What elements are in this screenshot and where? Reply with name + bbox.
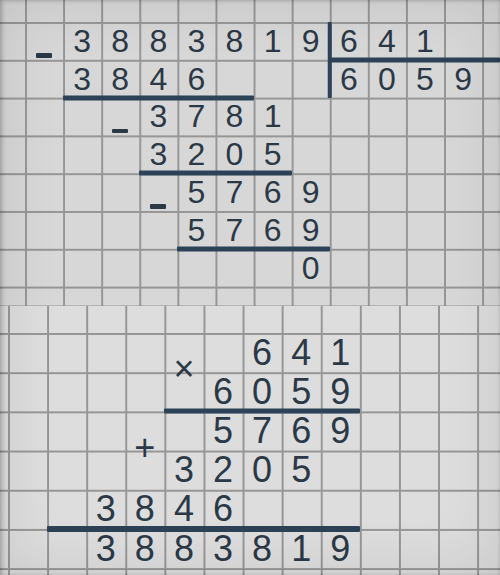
digit-cell: 5 bbox=[254, 135, 292, 173]
digit-cell: 6 bbox=[330, 60, 368, 98]
digit-cell: 3 bbox=[86, 529, 125, 568]
digit-cell: 3 bbox=[139, 135, 177, 173]
digit-cell: 6 bbox=[203, 372, 242, 411]
digit-cell: 1 bbox=[406, 22, 444, 60]
digit-cell: 8 bbox=[215, 22, 253, 60]
digit-cell: 0 bbox=[215, 135, 253, 173]
squared-paper-worksheet: 38838196413846605937813205576957690 641×… bbox=[0, 0, 500, 575]
digit-cell: 4 bbox=[164, 490, 203, 529]
subtraction-rule-1 bbox=[63, 95, 253, 100]
subtraction-rule-2 bbox=[139, 171, 291, 176]
digit-cell: 1 bbox=[254, 98, 292, 136]
multiplication-check-section: 641×60595769+320538463883819 bbox=[0, 306, 500, 575]
digit-cell: 0 bbox=[243, 451, 282, 490]
digit-cell: 3 bbox=[63, 60, 101, 98]
digit-cell: 8 bbox=[164, 529, 203, 568]
digit-cell: 3 bbox=[63, 22, 101, 60]
digit-cell: 7 bbox=[215, 211, 253, 249]
digit-cell: 6 bbox=[243, 333, 282, 372]
digit-cell: 8 bbox=[139, 22, 177, 60]
plus-sign: + bbox=[125, 430, 164, 466]
digit-cell: 9 bbox=[321, 372, 360, 411]
digit-cell: 2 bbox=[177, 135, 215, 173]
digit-cell: 4 bbox=[282, 333, 321, 372]
digit-cell: 8 bbox=[243, 529, 282, 568]
digit-cell: 4 bbox=[139, 60, 177, 98]
digit-cell: 9 bbox=[321, 529, 360, 568]
digit-cell: 1 bbox=[282, 529, 321, 568]
digit-cell: 8 bbox=[101, 22, 139, 60]
digit-cell: 6 bbox=[282, 411, 321, 450]
digit-cell: 9 bbox=[321, 411, 360, 450]
product-rule bbox=[47, 526, 360, 532]
division-section: 38838196413846605937813205576957690 bbox=[0, 0, 500, 306]
digit-cell: 8 bbox=[125, 529, 164, 568]
digit-cell: 5 bbox=[282, 372, 321, 411]
digit-cell: 6 bbox=[203, 490, 242, 529]
digit-cell: 0 bbox=[292, 249, 330, 287]
digit-cell: 9 bbox=[444, 60, 482, 98]
minus-sign bbox=[150, 204, 166, 209]
digit-cell: 3 bbox=[86, 490, 125, 529]
digit-cell: 5 bbox=[177, 173, 215, 211]
digit-cell: 8 bbox=[125, 490, 164, 529]
digit-cell: 7 bbox=[243, 411, 282, 450]
digit-cell: 7 bbox=[215, 173, 253, 211]
digit-cell: 5 bbox=[406, 60, 444, 98]
digit-cell: 6 bbox=[177, 60, 215, 98]
digit-cell: 5 bbox=[177, 211, 215, 249]
digit-cell: 3 bbox=[203, 529, 242, 568]
digit-cell: 8 bbox=[101, 60, 139, 98]
digit-cell: 6 bbox=[330, 22, 368, 60]
subtraction-rule-3 bbox=[177, 246, 329, 251]
minus-sign bbox=[112, 129, 128, 134]
digit-cell: 8 bbox=[215, 98, 253, 136]
digit-cell: 4 bbox=[368, 22, 406, 60]
digit-cell: 2 bbox=[203, 451, 242, 490]
digit-cell: 0 bbox=[243, 372, 282, 411]
digit-cell: 7 bbox=[177, 98, 215, 136]
multiplier-rule bbox=[164, 409, 359, 414]
digit-cell: 1 bbox=[254, 22, 292, 60]
digit-cell: 3 bbox=[177, 22, 215, 60]
digit-cell: 3 bbox=[139, 98, 177, 136]
digit-cell: 0 bbox=[368, 60, 406, 98]
digit-cell: 9 bbox=[292, 211, 330, 249]
times-sign: × bbox=[164, 351, 203, 387]
digit-cell: 5 bbox=[203, 411, 242, 450]
digit-cell: 3 bbox=[164, 451, 203, 490]
digit-cell: 1 bbox=[321, 333, 360, 372]
digit-cell: 5 bbox=[282, 451, 321, 490]
digit-cell: 9 bbox=[292, 22, 330, 60]
digit-cell: 9 bbox=[292, 173, 330, 211]
divisor-bracket-horizontal bbox=[330, 57, 500, 62]
digit-cell: 6 bbox=[254, 173, 292, 211]
digit-cell: 6 bbox=[254, 211, 292, 249]
minus-sign bbox=[36, 53, 52, 58]
